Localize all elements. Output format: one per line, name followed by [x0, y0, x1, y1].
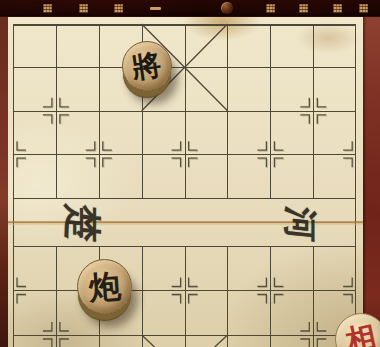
lattice-cell [227, 67, 270, 110]
lattice-cell [56, 67, 99, 110]
lattice-cell [313, 24, 356, 67]
lattice-cell [56, 24, 99, 67]
lattice-cell [313, 246, 356, 291]
lattice-cell [56, 335, 99, 347]
lattice-cell [185, 24, 228, 67]
frame-stamp [333, 4, 342, 13]
lattice-cell [270, 154, 313, 197]
lattice-cell [185, 290, 228, 335]
frame-stamp [43, 4, 52, 13]
lattice-cell [13, 290, 56, 335]
xiangqi-board-photo: 楚 河 將炮相 [0, 0, 380, 347]
lattice-cell [142, 111, 185, 154]
lattice-cell [313, 154, 356, 197]
piece-black-cannon[interactable]: 炮 [77, 259, 132, 314]
board-frame-left [0, 16, 8, 347]
frame-stamp [114, 4, 123, 13]
lattice-cell [227, 335, 270, 347]
lattice-cell [13, 67, 56, 110]
lattice-cell [99, 335, 142, 347]
board-frame-top [0, 0, 380, 17]
lattice-cell [270, 67, 313, 110]
lattice-cell [99, 111, 142, 154]
frame-emblem-icon [221, 2, 233, 14]
lattice-cell [227, 24, 270, 67]
lattice-cell [185, 111, 228, 154]
lattice-cell [99, 154, 142, 197]
lattice-cell [56, 154, 99, 197]
frame-stamp [359, 4, 368, 13]
lattice-cell [227, 246, 270, 291]
lattice-cell [56, 111, 99, 154]
lattice-cell [13, 246, 56, 291]
lattice-cell [227, 111, 270, 154]
frame-stamp [79, 4, 88, 13]
lattice-cell [142, 335, 185, 347]
frame-dash [150, 7, 161, 10]
lattice-cell [142, 290, 185, 335]
frame-stamp [266, 4, 275, 13]
piece-glyph: 炮 [88, 269, 122, 303]
lattice-cell [142, 154, 185, 197]
lattice-cell [270, 24, 313, 67]
lattice-cell [185, 335, 228, 347]
lattice-cell [270, 111, 313, 154]
piece-black-general[interactable]: 將 [122, 41, 172, 91]
river-inscription-left: 楚 [57, 202, 107, 244]
lattice-cell [185, 154, 228, 197]
board-lattice [13, 24, 356, 347]
lattice-cell [270, 290, 313, 335]
lattice-cell [227, 290, 270, 335]
lattice-cell [13, 154, 56, 197]
lattice-cell [185, 246, 228, 291]
piece-glyph: 相 [343, 321, 379, 347]
lattice-cell [313, 67, 356, 110]
frame-stamp [299, 4, 308, 13]
lattice-cell [142, 246, 185, 291]
lattice-cell [13, 335, 56, 347]
river-inscription-right: 河 [277, 205, 323, 244]
lattice-cell [227, 154, 270, 197]
piece-glyph: 將 [130, 50, 163, 83]
lattice-cell [13, 24, 56, 67]
board-frame-right [363, 16, 380, 347]
lattice-cell [270, 335, 313, 347]
lattice-cell [313, 111, 356, 154]
lattice-cell [185, 67, 228, 110]
lattice-cell [270, 246, 313, 291]
lattice-cell [13, 111, 56, 154]
